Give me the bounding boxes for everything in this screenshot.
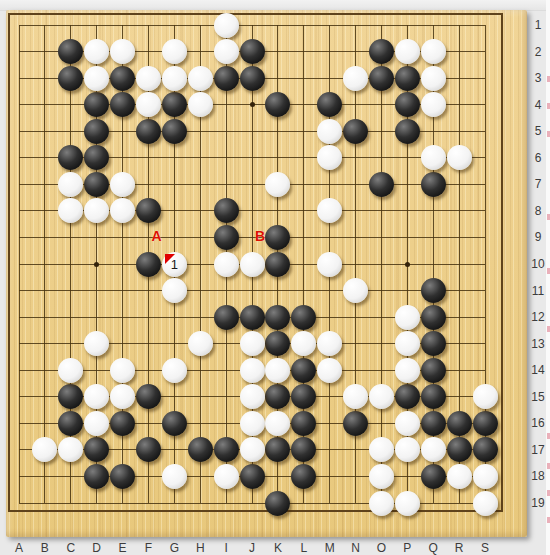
stone-white-J13[interactable]: [240, 331, 265, 356]
stone-black-L18[interactable]: [291, 464, 316, 489]
stone-white-J17[interactable]: [240, 437, 265, 462]
stone-white-G18[interactable]: [162, 464, 187, 489]
stone-black-D7[interactable]: [84, 172, 109, 197]
stone-black-L14[interactable]: [291, 358, 316, 383]
go-board[interactable]: AB1: [6, 10, 527, 537]
stone-white-G14[interactable]: [162, 358, 187, 383]
stone-white-Q4[interactable]: [421, 92, 446, 117]
stone-white-I2[interactable]: [214, 39, 239, 64]
stone-black-P4[interactable]: [395, 92, 420, 117]
stone-white-G3[interactable]: [162, 66, 187, 91]
stone-white-N3[interactable]: [343, 66, 368, 91]
col-label-M: M: [320, 541, 340, 555]
stone-white-M8[interactable]: [317, 198, 342, 223]
col-label-B: B: [35, 541, 55, 555]
col-label-S: S: [475, 541, 495, 555]
stone-black-D5[interactable]: [84, 119, 109, 144]
stone-white-C17[interactable]: [58, 437, 83, 462]
stone-white-O17[interactable]: [369, 437, 394, 462]
stone-black-P15[interactable]: [395, 384, 420, 409]
stone-white-S19[interactable]: [473, 491, 498, 516]
row-label-19: 19: [529, 496, 547, 510]
stone-black-M4[interactable]: [317, 92, 342, 117]
stone-white-P2[interactable]: [395, 39, 420, 64]
stone-white-P12[interactable]: [395, 305, 420, 330]
col-label-H: H: [190, 541, 210, 555]
grid-line: [19, 290, 485, 291]
stone-black-D18[interactable]: [84, 464, 109, 489]
row-label-4: 4: [529, 98, 547, 112]
stone-white-R18[interactable]: [447, 464, 472, 489]
col-label-L: L: [294, 541, 314, 555]
stone-black-Q13[interactable]: [421, 331, 446, 356]
row-label-2: 2: [529, 45, 547, 59]
stone-black-Q7[interactable]: [421, 172, 446, 197]
star-point-D10: [94, 262, 99, 267]
stone-black-K12[interactable]: [265, 305, 290, 330]
stone-black-F15[interactable]: [136, 384, 161, 409]
stone-black-D17[interactable]: [84, 437, 109, 462]
col-label-G: G: [164, 541, 184, 555]
stone-black-H17[interactable]: [188, 437, 213, 462]
stone-black-C16[interactable]: [58, 411, 83, 436]
col-label-K: K: [268, 541, 288, 555]
stone-black-F17[interactable]: [136, 437, 161, 462]
row-label-7: 7: [529, 177, 547, 191]
row-label-5: 5: [529, 124, 547, 138]
stone-black-G5[interactable]: [162, 119, 187, 144]
col-label-D: D: [87, 541, 107, 555]
star-point-J4: [250, 102, 255, 107]
stone-white-Q6[interactable]: [421, 145, 446, 170]
stone-white-J16[interactable]: [240, 411, 265, 436]
stone-black-Q16[interactable]: [421, 411, 446, 436]
stone-black-L17[interactable]: [291, 437, 316, 462]
row-label-15: 15: [529, 390, 547, 404]
row-label-8: 8: [529, 204, 547, 218]
stone-black-N16[interactable]: [343, 411, 368, 436]
stone-black-O7[interactable]: [369, 172, 394, 197]
stone-white-J10[interactable]: [240, 252, 265, 277]
stone-black-P5[interactable]: [395, 119, 420, 144]
row-label-18: 18: [529, 469, 547, 483]
stone-white-D15[interactable]: [84, 384, 109, 409]
stone-white-O15[interactable]: [369, 384, 394, 409]
stone-white-E15[interactable]: [110, 384, 135, 409]
stone-black-N5[interactable]: [343, 119, 368, 144]
stone-black-J18[interactable]: [240, 464, 265, 489]
stone-white-L13[interactable]: [291, 331, 316, 356]
stone-black-I12[interactable]: [214, 305, 239, 330]
star-point-P10: [405, 262, 410, 267]
col-label-P: P: [397, 541, 417, 555]
stone-white-S18[interactable]: [473, 464, 498, 489]
row-label-14: 14: [529, 363, 547, 377]
stone-white-S15[interactable]: [473, 384, 498, 409]
stone-white-P17[interactable]: [395, 437, 420, 462]
col-label-A: A: [9, 541, 29, 555]
row-label-9: 9: [529, 230, 547, 244]
col-label-N: N: [346, 541, 366, 555]
stone-black-L16[interactable]: [291, 411, 316, 436]
stone-white-D2[interactable]: [84, 39, 109, 64]
stone-black-I9[interactable]: [214, 225, 239, 250]
stone-black-R17[interactable]: [447, 437, 472, 462]
stone-white-D8[interactable]: [84, 198, 109, 223]
row-label-10: 10: [529, 257, 547, 271]
stone-white-P19[interactable]: [395, 491, 420, 516]
stone-white-D13[interactable]: [84, 331, 109, 356]
window-right-edge: [546, 0, 550, 555]
stone-black-F10[interactable]: [136, 252, 161, 277]
stone-black-D4[interactable]: [84, 92, 109, 117]
stone-white-C7[interactable]: [58, 172, 83, 197]
stone-black-Q14[interactable]: [421, 358, 446, 383]
stone-black-Q18[interactable]: [421, 464, 446, 489]
stone-white-C14[interactable]: [58, 358, 83, 383]
stone-white-N15[interactable]: [343, 384, 368, 409]
stone-black-S17[interactable]: [473, 437, 498, 462]
stone-black-D6[interactable]: [84, 145, 109, 170]
stone-white-N11[interactable]: [343, 278, 368, 303]
col-label-J: J: [242, 541, 262, 555]
stone-black-C2[interactable]: [58, 39, 83, 64]
stone-white-Q3[interactable]: [421, 66, 446, 91]
stone-black-Q15[interactable]: [421, 384, 446, 409]
stone-white-H3[interactable]: [188, 66, 213, 91]
row-label-13: 13: [529, 337, 547, 351]
stone-white-F4[interactable]: [136, 92, 161, 117]
stone-black-K10[interactable]: [265, 252, 290, 277]
stone-black-C6[interactable]: [58, 145, 83, 170]
stone-black-K19[interactable]: [265, 491, 290, 516]
stone-white-I10[interactable]: [214, 252, 239, 277]
stone-white-B17[interactable]: [32, 437, 57, 462]
row-label-16: 16: [529, 416, 547, 430]
stone-white-E8[interactable]: [110, 198, 135, 223]
col-label-E: E: [113, 541, 133, 555]
stone-black-J3[interactable]: [240, 66, 265, 91]
stone-white-O19[interactable]: [369, 491, 394, 516]
stone-white-M13[interactable]: [317, 331, 342, 356]
stone-black-G16[interactable]: [162, 411, 187, 436]
stone-white-C8[interactable]: [58, 198, 83, 223]
stone-white-I18[interactable]: [214, 464, 239, 489]
col-label-F: F: [138, 541, 158, 555]
stone-black-R16[interactable]: [447, 411, 472, 436]
col-label-O: O: [371, 541, 391, 555]
stone-black-S16[interactable]: [473, 411, 498, 436]
stone-white-J15[interactable]: [240, 384, 265, 409]
stone-black-I8[interactable]: [214, 198, 239, 223]
stone-white-K14[interactable]: [265, 358, 290, 383]
stone-black-Q12[interactable]: [421, 305, 446, 330]
annotation-letter-A: A: [146, 228, 166, 244]
stone-black-I3[interactable]: [214, 66, 239, 91]
col-label-I: I: [216, 541, 236, 555]
stone-white-H13[interactable]: [188, 331, 213, 356]
last-move-triangle-icon: [165, 250, 175, 260]
stone-white-D16[interactable]: [84, 411, 109, 436]
stone-white-E7[interactable]: [110, 172, 135, 197]
stone-black-O2[interactable]: [369, 39, 394, 64]
stone-black-K4[interactable]: [265, 92, 290, 117]
stone-black-E4[interactable]: [110, 92, 135, 117]
stone-white-O18[interactable]: [369, 464, 394, 489]
row-label-6: 6: [529, 151, 547, 165]
stone-black-L15[interactable]: [291, 384, 316, 409]
col-label-R: R: [449, 541, 469, 555]
stone-black-Q11[interactable]: [421, 278, 446, 303]
stone-white-P16[interactable]: [395, 411, 420, 436]
stone-black-O3[interactable]: [369, 66, 394, 91]
stone-black-P3[interactable]: [395, 66, 420, 91]
stone-white-Q17[interactable]: [421, 437, 446, 462]
stone-white-H4[interactable]: [188, 92, 213, 117]
stone-white-G2[interactable]: [162, 39, 187, 64]
grid-line: [381, 25, 382, 503]
stone-white-P13[interactable]: [395, 331, 420, 356]
row-label-1: 1: [529, 18, 547, 32]
stone-white-K7[interactable]: [265, 172, 290, 197]
stone-black-C15[interactable]: [58, 384, 83, 409]
stone-black-L12[interactable]: [291, 305, 316, 330]
row-label-11: 11: [529, 284, 547, 298]
stone-white-M10[interactable]: [317, 252, 342, 277]
stone-white-G11[interactable]: [162, 278, 187, 303]
stone-black-G4[interactable]: [162, 92, 187, 117]
stone-white-M5[interactable]: [317, 119, 342, 144]
stone-white-Q2[interactable]: [421, 39, 446, 64]
stone-white-M14[interactable]: [317, 358, 342, 383]
stone-white-M6[interactable]: [317, 145, 342, 170]
col-label-C: C: [61, 541, 81, 555]
stone-black-E18[interactable]: [110, 464, 135, 489]
stone-black-E16[interactable]: [110, 411, 135, 436]
stone-black-K13[interactable]: [265, 331, 290, 356]
stone-white-J14[interactable]: [240, 358, 265, 383]
row-label-17: 17: [529, 443, 547, 457]
stone-white-K16[interactable]: [265, 411, 290, 436]
stone-white-P14[interactable]: [395, 358, 420, 383]
stone-white-F3[interactable]: [136, 66, 161, 91]
stone-white-E2[interactable]: [110, 39, 135, 64]
stone-black-J2[interactable]: [240, 39, 265, 64]
stone-black-C3[interactable]: [58, 66, 83, 91]
stone-white-E14[interactable]: [110, 358, 135, 383]
col-label-Q: Q: [423, 541, 443, 555]
stone-black-E3[interactable]: [110, 66, 135, 91]
stone-white-R6[interactable]: [447, 145, 472, 170]
row-label-12: 12: [529, 310, 547, 324]
stone-white-D3[interactable]: [84, 66, 109, 91]
stone-white-I1[interactable]: [214, 13, 239, 38]
stone-black-I17[interactable]: [214, 437, 239, 462]
stone-black-K15[interactable]: [265, 384, 290, 409]
stone-black-J12[interactable]: [240, 305, 265, 330]
stone-black-F5[interactable]: [136, 119, 161, 144]
row-label-3: 3: [529, 71, 547, 85]
annotation-letter-B: B: [250, 228, 270, 244]
stone-black-K17[interactable]: [265, 437, 290, 462]
stone-black-F8[interactable]: [136, 198, 161, 223]
